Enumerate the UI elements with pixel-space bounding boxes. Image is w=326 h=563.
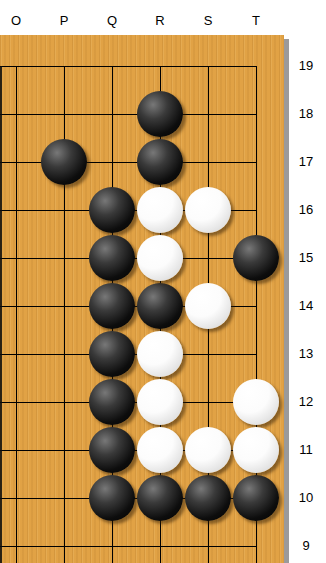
row-label-15: 15 (290, 250, 322, 266)
grid-line-row-19 (0, 66, 257, 67)
black-stone (89, 379, 135, 425)
white-stone (137, 427, 183, 473)
white-stone (185, 427, 231, 473)
column-label-T: T (244, 13, 268, 29)
row-label-19: 19 (290, 58, 322, 74)
row-label-12: 12 (290, 394, 322, 410)
go-board[interactable] (0, 35, 284, 563)
column-label-O: O (4, 13, 28, 29)
black-stone (137, 139, 183, 185)
black-stone (233, 235, 279, 281)
white-stone (137, 187, 183, 233)
white-stone (137, 235, 183, 281)
row-label-18: 18 (290, 106, 322, 122)
row-label-13: 13 (290, 346, 322, 362)
row-label-16: 16 (290, 202, 322, 218)
grid-line-col-O (16, 66, 17, 563)
black-stone (137, 283, 183, 329)
black-stone (41, 139, 87, 185)
row-label-14: 14 (290, 298, 322, 314)
column-label-R: R (148, 13, 172, 29)
black-stone (89, 283, 135, 329)
grid-line-row-9 (0, 546, 257, 547)
black-stone (89, 331, 135, 377)
row-label-9: 9 (290, 538, 322, 554)
white-stone (185, 187, 231, 233)
white-stone (233, 427, 279, 473)
white-stone (137, 331, 183, 377)
black-stone (89, 235, 135, 281)
black-stone (89, 187, 135, 233)
row-label-11: 11 (290, 442, 322, 458)
white-stone (233, 379, 279, 425)
white-stone (137, 379, 183, 425)
column-label-S: S (196, 13, 220, 29)
white-stone (185, 283, 231, 329)
black-stone (89, 475, 135, 521)
black-stone (137, 475, 183, 521)
column-label-Q: Q (100, 13, 124, 29)
go-app-screenshot: OPQRST 191817161514131211109 (0, 0, 326, 563)
column-label-P: P (52, 13, 76, 29)
black-stone (89, 427, 135, 473)
grid-line-row-18 (0, 114, 257, 115)
cropped-left-grid-line (0, 66, 2, 563)
row-label-10: 10 (290, 490, 322, 506)
row-label-17: 17 (290, 154, 322, 170)
grid-line-row-17 (0, 162, 257, 163)
black-stone (137, 91, 183, 137)
black-stone (233, 475, 279, 521)
black-stone (185, 475, 231, 521)
